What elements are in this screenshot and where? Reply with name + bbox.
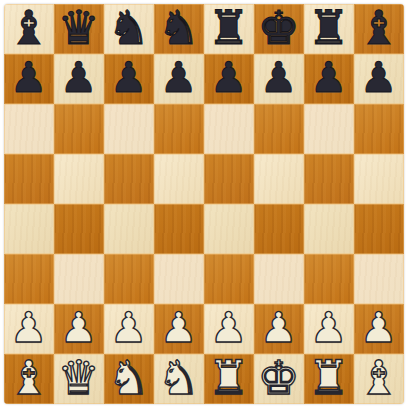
square-g4[interactable] [304, 204, 354, 254]
white-pawn-g2[interactable]: ♟ [304, 304, 354, 354]
square-h8[interactable]: ♝ [354, 4, 404, 54]
square-e2[interactable]: ♟ [204, 304, 254, 354]
square-d2[interactable]: ♟ [154, 304, 204, 354]
square-a3[interactable] [4, 254, 54, 304]
square-f1[interactable]: ♚ [254, 354, 304, 404]
square-a7[interactable]: ♟ [4, 54, 54, 104]
square-c5[interactable] [104, 154, 154, 204]
black-king-f8[interactable]: ♚ [254, 4, 304, 54]
square-d7[interactable]: ♟ [154, 54, 204, 104]
square-a2[interactable]: ♟ [4, 304, 54, 354]
square-e8[interactable]: ♜ [204, 4, 254, 54]
square-g6[interactable] [304, 104, 354, 154]
square-g2[interactable]: ♟ [304, 304, 354, 354]
white-pawn-c2[interactable]: ♟ [104, 304, 154, 354]
white-knight-c1[interactable]: ♞ [104, 354, 154, 404]
white-rook-g1[interactable]: ♜ [304, 354, 354, 404]
square-h4[interactable] [354, 204, 404, 254]
square-d4[interactable] [154, 204, 204, 254]
white-pawn-a2[interactable]: ♟ [4, 304, 54, 354]
square-d8[interactable]: ♞ [154, 4, 204, 54]
white-bishop-h1[interactable]: ♝ [354, 354, 404, 404]
square-b1[interactable]: ♛ [54, 354, 104, 404]
square-e6[interactable] [204, 104, 254, 154]
square-a1[interactable]: ♝ [4, 354, 54, 404]
square-c8[interactable]: ♞ [104, 4, 154, 54]
square-g8[interactable]: ♜ [304, 4, 354, 54]
black-pawn-b7[interactable]: ♟ [54, 54, 104, 104]
square-f7[interactable]: ♟ [254, 54, 304, 104]
square-g7[interactable]: ♟ [304, 54, 354, 104]
black-rook-g8[interactable]: ♜ [304, 4, 354, 54]
square-c4[interactable] [104, 204, 154, 254]
square-e3[interactable] [204, 254, 254, 304]
square-g3[interactable] [304, 254, 354, 304]
square-f2[interactable]: ♟ [254, 304, 304, 354]
square-e7[interactable]: ♟ [204, 54, 254, 104]
square-a6[interactable] [4, 104, 54, 154]
square-g5[interactable] [304, 154, 354, 204]
black-pawn-g7[interactable]: ♟ [304, 54, 354, 104]
square-b6[interactable] [54, 104, 104, 154]
black-knight-c8[interactable]: ♞ [104, 4, 154, 54]
square-f4[interactable] [254, 204, 304, 254]
square-e4[interactable] [204, 204, 254, 254]
square-c3[interactable] [104, 254, 154, 304]
square-f6[interactable] [254, 104, 304, 154]
black-rook-e8[interactable]: ♜ [204, 4, 254, 54]
white-pawn-h2[interactable]: ♟ [354, 304, 404, 354]
black-knight-d8[interactable]: ♞ [154, 4, 204, 54]
white-king-f1[interactable]: ♚ [254, 354, 304, 404]
square-a4[interactable] [4, 204, 54, 254]
black-pawn-h7[interactable]: ♟ [354, 54, 404, 104]
white-pawn-f2[interactable]: ♟ [254, 304, 304, 354]
black-pawn-a7[interactable]: ♟ [4, 54, 54, 104]
square-h2[interactable]: ♟ [354, 304, 404, 354]
square-d1[interactable]: ♞ [154, 354, 204, 404]
square-d5[interactable] [154, 154, 204, 204]
square-d6[interactable] [154, 104, 204, 154]
chess-board: ♝♛♞♞♜♚♜♝♟♟♟♟♟♟♟♟♟♟♟♟♟♟♟♟♝♛♞♞♜♚♜♝ [4, 4, 404, 404]
square-f8[interactable]: ♚ [254, 4, 304, 54]
square-c6[interactable] [104, 104, 154, 154]
square-a5[interactable] [4, 154, 54, 204]
square-f3[interactable] [254, 254, 304, 304]
white-queen-b1[interactable]: ♛ [54, 354, 104, 404]
board-margin: ♝♛♞♞♜♚♜♝♟♟♟♟♟♟♟♟♟♟♟♟♟♟♟♟♝♛♞♞♜♚♜♝ [0, 0, 407, 408]
square-a8[interactable]: ♝ [4, 4, 54, 54]
square-h1[interactable]: ♝ [354, 354, 404, 404]
black-queen-b8[interactable]: ♛ [54, 4, 104, 54]
white-rook-e1[interactable]: ♜ [204, 354, 254, 404]
black-bishop-a8[interactable]: ♝ [4, 4, 54, 54]
square-c7[interactable]: ♟ [104, 54, 154, 104]
square-f5[interactable] [254, 154, 304, 204]
black-pawn-e7[interactable]: ♟ [204, 54, 254, 104]
square-b4[interactable] [54, 204, 104, 254]
square-h6[interactable] [354, 104, 404, 154]
square-g1[interactable]: ♜ [304, 354, 354, 404]
square-h3[interactable] [354, 254, 404, 304]
black-pawn-d7[interactable]: ♟ [154, 54, 204, 104]
square-h7[interactable]: ♟ [354, 54, 404, 104]
black-pawn-f7[interactable]: ♟ [254, 54, 304, 104]
square-h5[interactable] [354, 154, 404, 204]
square-b7[interactable]: ♟ [54, 54, 104, 104]
square-d3[interactable] [154, 254, 204, 304]
white-pawn-e2[interactable]: ♟ [204, 304, 254, 354]
white-bishop-a1[interactable]: ♝ [4, 354, 54, 404]
square-c1[interactable]: ♞ [104, 354, 154, 404]
square-b8[interactable]: ♛ [54, 4, 104, 54]
black-bishop-h8[interactable]: ♝ [354, 4, 404, 54]
square-e1[interactable]: ♜ [204, 354, 254, 404]
square-c2[interactable]: ♟ [104, 304, 154, 354]
square-e5[interactable] [204, 154, 254, 204]
square-b3[interactable] [54, 254, 104, 304]
white-pawn-b2[interactable]: ♟ [54, 304, 104, 354]
white-knight-d1[interactable]: ♞ [154, 354, 204, 404]
white-pawn-d2[interactable]: ♟ [154, 304, 204, 354]
black-pawn-c7[interactable]: ♟ [104, 54, 154, 104]
square-b2[interactable]: ♟ [54, 304, 104, 354]
square-b5[interactable] [54, 154, 104, 204]
